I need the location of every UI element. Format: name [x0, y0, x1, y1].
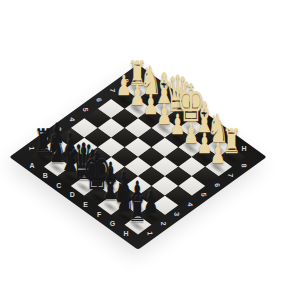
chess-board: ♜♞♝♛♚♝♞♜♟♟♟♟♟♟♟♟♟♟♟♟♟♟♟♟♜♞♝♛♚♝♞♜	[31, 80, 246, 235]
chess-set-product-photo: ABCDEFGH ABCDEFGH 87654321 87654321 ♜♞♝♛…	[0, 0, 300, 300]
black-rook-icon: ♜	[127, 192, 146, 226]
chess-mat: ABCDEFGH ABCDEFGH 87654321 87654321 ♜♞♝♛…	[9, 64, 266, 249]
white-pawn-icon: ♟	[209, 140, 225, 168]
